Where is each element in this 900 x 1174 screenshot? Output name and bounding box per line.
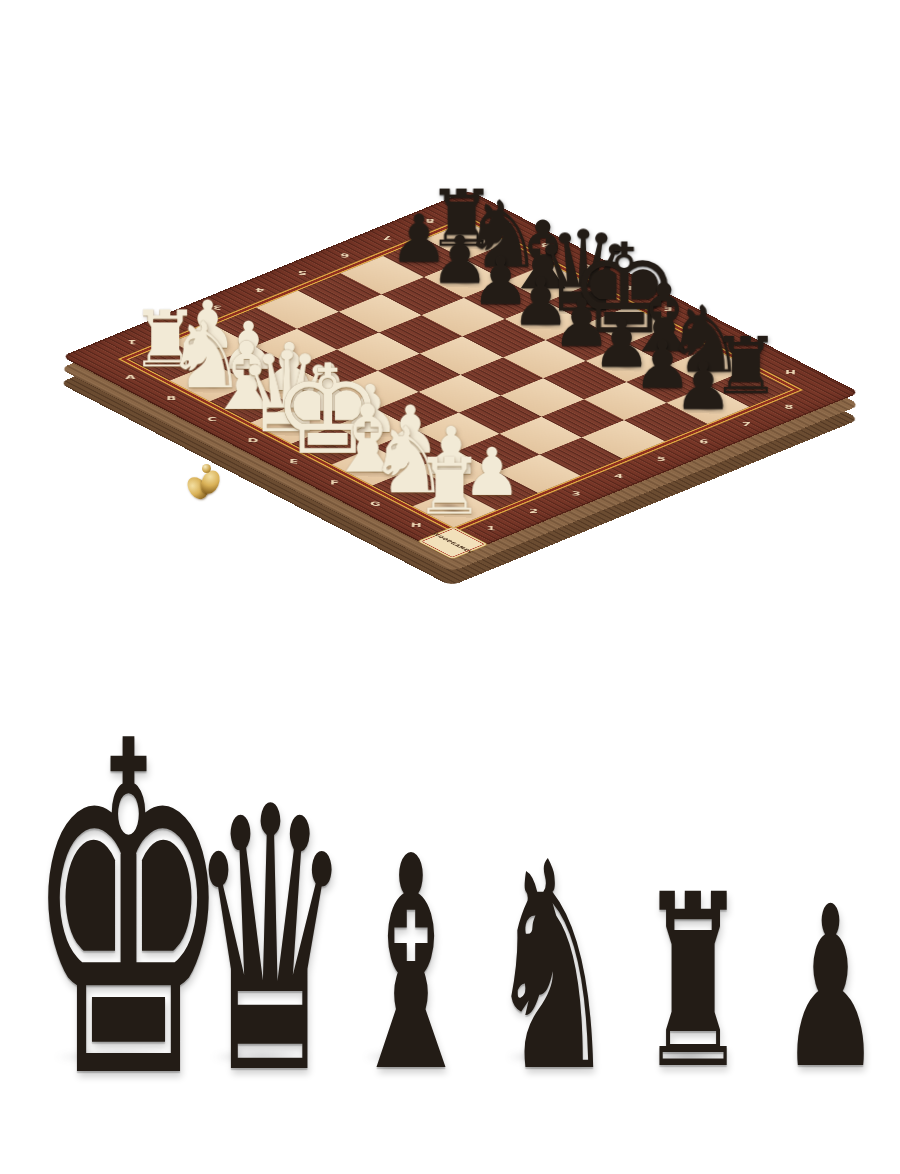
rank-label-left-5: 5 (298, 269, 307, 276)
file-label-near-c: C (207, 415, 217, 422)
board-scene: ♜♞♝♛♚♝♞♜♟♟♟♟♟♟♟♟♟♟♟♟♟♟♟♟♜♞♝♛♚♝♞♜ WOODGAM… (0, 0, 900, 648)
rank-label-right-3: 3 (571, 490, 580, 497)
file-label-near-g: G (370, 500, 381, 507)
brass-clasp-icon (188, 462, 224, 508)
rank-label-left-4: 4 (255, 287, 264, 294)
black-rook-large: ♜ (640, 863, 747, 1102)
file-label-near-a: A (125, 373, 135, 380)
rank-label-right-7: 7 (742, 420, 751, 427)
chess-set-product-photo: ♜♞♝♛♚♝♞♜♟♟♟♟♟♟♟♟♟♟♟♟♟♟♟♟♜♞♝♛♚♝♞♜ WOODGAM… (0, 0, 900, 1174)
clasp-hinge-pin (202, 464, 211, 473)
file-label-near-b: B (166, 394, 176, 401)
rank-label-right-1: 1 (486, 525, 495, 532)
file-label-near-f: F (330, 479, 339, 486)
file-label-near-e: E (289, 458, 298, 465)
square-h1: ♜ (413, 489, 496, 527)
black-pawn-large: ♟ (780, 877, 880, 1099)
brand-label: WOODGAMES (431, 532, 475, 554)
file-label-far-h: H (785, 369, 796, 376)
rank-label-right-8: 8 (785, 403, 794, 410)
black-bishop-large: ♝ (345, 818, 477, 1112)
black-queen-large: ♛ (189, 761, 352, 1125)
rank-label-right-2: 2 (529, 507, 538, 514)
rank-label-right-4: 4 (614, 472, 623, 479)
file-label-near-d: D (247, 437, 258, 444)
file-label-near-h: H (411, 521, 422, 528)
square-a5 (298, 273, 381, 311)
rank-label-left-6: 6 (340, 252, 349, 259)
rank-label-right-5: 5 (657, 455, 666, 462)
black-pieces-lineup: ♚♛♝♞♜♟ (0, 640, 900, 1174)
rank-label-right-6: 6 (699, 438, 708, 445)
black-knight-large: ♞ (489, 825, 617, 1111)
